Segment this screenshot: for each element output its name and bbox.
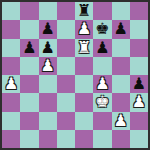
black-pawn-b6: ♟: [22, 40, 36, 56]
square-d8[interactable]: [57, 2, 75, 20]
square-e8[interactable]: ♜: [75, 2, 93, 20]
white-pawn-a4: ♟: [4, 76, 18, 92]
square-g6[interactable]: [112, 39, 130, 57]
square-c3[interactable]: [39, 93, 57, 111]
square-h7[interactable]: [130, 20, 148, 38]
square-a2[interactable]: [2, 112, 20, 130]
square-a7[interactable]: [2, 20, 20, 38]
square-e4[interactable]: [75, 75, 93, 93]
square-a4[interactable]: ♟: [2, 75, 20, 93]
black-pawn-f6: ♟: [95, 40, 109, 56]
black-pawn-g7: ♟: [113, 21, 127, 37]
square-a6[interactable]: [2, 39, 20, 57]
square-b2[interactable]: [20, 112, 38, 130]
white-pawn-h3: ♟: [132, 94, 146, 110]
square-g8[interactable]: [112, 2, 130, 20]
square-b7[interactable]: [20, 20, 38, 38]
chess-board: ♜♟♟♚♟♟♟♜♟♟♟♟♟♚♟♟: [2, 2, 148, 148]
square-c1[interactable]: [39, 130, 57, 148]
white-pawn-f4: ♟: [95, 76, 109, 92]
square-a3[interactable]: [2, 93, 20, 111]
white-rook-e6: ♜: [77, 40, 91, 56]
square-d2[interactable]: [57, 112, 75, 130]
square-h3[interactable]: ♟: [130, 93, 148, 111]
square-g5[interactable]: [112, 57, 130, 75]
square-b6[interactable]: ♟: [20, 39, 38, 57]
square-a5[interactable]: [2, 57, 20, 75]
square-b5[interactable]: [20, 57, 38, 75]
black-pawn-h4: ♟: [132, 76, 146, 92]
square-f3[interactable]: ♚: [93, 93, 111, 111]
square-h4[interactable]: ♟: [130, 75, 148, 93]
square-c6[interactable]: ♟: [39, 39, 57, 57]
square-h5[interactable]: [130, 57, 148, 75]
square-a8[interactable]: [2, 2, 20, 20]
square-g7[interactable]: ♟: [112, 20, 130, 38]
square-d6[interactable]: [57, 39, 75, 57]
square-h6[interactable]: [130, 39, 148, 57]
square-e1[interactable]: [75, 130, 93, 148]
black-king-f7: ♚: [95, 21, 109, 37]
square-e6[interactable]: ♜: [75, 39, 93, 57]
white-pawn-c5: ♟: [40, 58, 54, 74]
square-b8[interactable]: [20, 2, 38, 20]
square-g3[interactable]: [112, 93, 130, 111]
square-g4[interactable]: [112, 75, 130, 93]
square-c4[interactable]: [39, 75, 57, 93]
square-e5[interactable]: [75, 57, 93, 75]
square-h8[interactable]: [130, 2, 148, 20]
black-rook-e8: ♜: [77, 3, 91, 19]
square-h1[interactable]: [130, 130, 148, 148]
square-b3[interactable]: [20, 93, 38, 111]
square-f2[interactable]: [93, 112, 111, 130]
square-c8[interactable]: [39, 2, 57, 20]
square-d5[interactable]: [57, 57, 75, 75]
square-e3[interactable]: [75, 93, 93, 111]
square-e7[interactable]: ♟: [75, 20, 93, 38]
square-f8[interactable]: [93, 2, 111, 20]
square-b4[interactable]: [20, 75, 38, 93]
black-pawn-c7: ♟: [40, 21, 54, 37]
square-g1[interactable]: [112, 130, 130, 148]
square-c2[interactable]: [39, 112, 57, 130]
square-f1[interactable]: [93, 130, 111, 148]
square-f7[interactable]: ♚: [93, 20, 111, 38]
square-c7[interactable]: ♟: [39, 20, 57, 38]
square-d3[interactable]: [57, 93, 75, 111]
white-king-f3: ♚: [95, 94, 109, 110]
square-f5[interactable]: [93, 57, 111, 75]
chess-board-frame: ♜♟♟♚♟♟♟♜♟♟♟♟♟♚♟♟: [0, 0, 150, 150]
square-h2[interactable]: [130, 112, 148, 130]
square-a1[interactable]: [2, 130, 20, 148]
black-pawn-c6: ♟: [40, 40, 54, 56]
square-d4[interactable]: [57, 75, 75, 93]
square-c5[interactable]: ♟: [39, 57, 57, 75]
square-g2[interactable]: ♟: [112, 112, 130, 130]
square-d7[interactable]: [57, 20, 75, 38]
square-f6[interactable]: ♟: [93, 39, 111, 57]
square-f4[interactable]: ♟: [93, 75, 111, 93]
square-d1[interactable]: [57, 130, 75, 148]
white-pawn-e7: ♟: [77, 21, 91, 37]
white-pawn-g2: ♟: [113, 113, 127, 129]
square-e2[interactable]: [75, 112, 93, 130]
square-b1[interactable]: [20, 130, 38, 148]
